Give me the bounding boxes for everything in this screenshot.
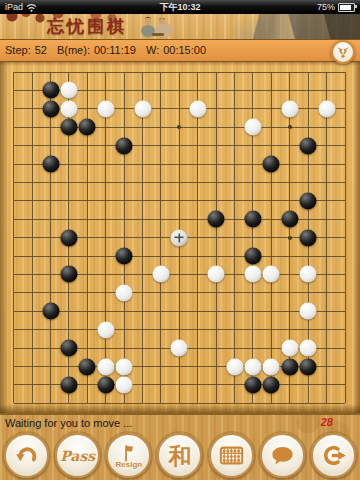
- board-cell[interactable]: [78, 284, 96, 302]
- board-cell[interactable]: [281, 247, 299, 265]
- board-cell[interactable]: [262, 118, 280, 136]
- board-cell[interactable]: [225, 118, 243, 136]
- board-cell[interactable]: [244, 81, 262, 99]
- board-cell[interactable]: [170, 339, 188, 357]
- board-cell[interactable]: [115, 284, 133, 302]
- board-cell[interactable]: [170, 320, 188, 338]
- board-cell[interactable]: [97, 155, 115, 173]
- board-cell[interactable]: [97, 136, 115, 154]
- board-cell[interactable]: [97, 339, 115, 357]
- board-cell[interactable]: [97, 210, 115, 228]
- board-cell[interactable]: [207, 136, 225, 154]
- board-cell[interactable]: [23, 228, 41, 246]
- board-cell[interactable]: [170, 81, 188, 99]
- board-cell[interactable]: [115, 100, 133, 118]
- board-cell[interactable]: [152, 173, 170, 191]
- board-cell[interactable]: [60, 228, 78, 246]
- board-cell[interactable]: [262, 284, 280, 302]
- board-cell[interactable]: [5, 192, 23, 210]
- board-cell[interactable]: [170, 284, 188, 302]
- board-cell[interactable]: [115, 228, 133, 246]
- board-cell[interactable]: [170, 302, 188, 320]
- board-cell[interactable]: [281, 136, 299, 154]
- board-cell[interactable]: [115, 136, 133, 154]
- board-cell[interactable]: [244, 357, 262, 375]
- board-cell[interactable]: [225, 247, 243, 265]
- board-cell[interactable]: [317, 118, 335, 136]
- board-cell[interactable]: [97, 192, 115, 210]
- board-cell[interactable]: [281, 357, 299, 375]
- board-cell[interactable]: [225, 228, 243, 246]
- board-cell[interactable]: [207, 302, 225, 320]
- board-cell[interactable]: [41, 155, 59, 173]
- board-cell[interactable]: [97, 284, 115, 302]
- board-cell[interactable]: [207, 247, 225, 265]
- board-cell[interactable]: [152, 228, 170, 246]
- board-cell[interactable]: [299, 320, 317, 338]
- board-cell[interactable]: [23, 118, 41, 136]
- board-cell[interactable]: [41, 357, 59, 375]
- board-cell[interactable]: [78, 339, 96, 357]
- board-cell[interactable]: [5, 210, 23, 228]
- board-cell[interactable]: [244, 376, 262, 394]
- board-cell[interactable]: [170, 192, 188, 210]
- board-cell[interactable]: [281, 173, 299, 191]
- board-cell[interactable]: [299, 81, 317, 99]
- board-cell[interactable]: [133, 320, 151, 338]
- board-cell[interactable]: [5, 100, 23, 118]
- board-cell[interactable]: [41, 136, 59, 154]
- board-cell[interactable]: [317, 155, 335, 173]
- board-cell[interactable]: [5, 339, 23, 357]
- board-cell[interactable]: [41, 118, 59, 136]
- board-cell[interactable]: [207, 100, 225, 118]
- board-cell[interactable]: [78, 136, 96, 154]
- board-cell[interactable]: [225, 284, 243, 302]
- board-cell[interactable]: [207, 320, 225, 338]
- board-cell[interactable]: [133, 192, 151, 210]
- board-cell[interactable]: [60, 284, 78, 302]
- next-move-button[interactable]: [311, 433, 356, 478]
- board-cell[interactable]: [244, 247, 262, 265]
- board-cell[interactable]: [152, 320, 170, 338]
- board-cell[interactable]: [225, 192, 243, 210]
- resign-button[interactable]: Resign: [106, 433, 151, 478]
- board-cell[interactable]: [97, 247, 115, 265]
- board-cell[interactable]: [244, 100, 262, 118]
- board-cell[interactable]: [23, 265, 41, 283]
- board-cell[interactable]: [170, 376, 188, 394]
- board-cell[interactable]: [299, 247, 317, 265]
- board-cell[interactable]: [97, 357, 115, 375]
- board-cell[interactable]: [207, 118, 225, 136]
- board-cell[interactable]: [60, 247, 78, 265]
- board-cell[interactable]: [244, 265, 262, 283]
- board-cell[interactable]: [299, 210, 317, 228]
- board-cell[interactable]: [133, 228, 151, 246]
- board-cell[interactable]: [281, 118, 299, 136]
- board-cell[interactable]: [336, 320, 354, 338]
- board-cell[interactable]: [299, 192, 317, 210]
- board-cell[interactable]: [133, 302, 151, 320]
- board-cell[interactable]: [336, 284, 354, 302]
- board-cell[interactable]: [225, 173, 243, 191]
- board-cell[interactable]: [115, 357, 133, 375]
- board-cell[interactable]: [97, 302, 115, 320]
- board-cell[interactable]: [97, 320, 115, 338]
- board-cell[interactable]: [133, 81, 151, 99]
- board-cell[interactable]: [262, 247, 280, 265]
- board-cell[interactable]: [152, 302, 170, 320]
- board-cell[interactable]: [23, 376, 41, 394]
- board-cell[interactable]: [336, 118, 354, 136]
- board-cell[interactable]: [41, 173, 59, 191]
- board-cell[interactable]: [152, 100, 170, 118]
- board-cell[interactable]: [23, 192, 41, 210]
- board-cell[interactable]: [207, 376, 225, 394]
- board-cell[interactable]: [152, 155, 170, 173]
- board-cell[interactable]: [281, 192, 299, 210]
- board-cell[interactable]: [60, 173, 78, 191]
- board-cell[interactable]: [281, 210, 299, 228]
- board-cell[interactable]: [207, 357, 225, 375]
- board-cell[interactable]: [5, 320, 23, 338]
- board-cell[interactable]: [133, 100, 151, 118]
- board-cell[interactable]: [262, 192, 280, 210]
- board-cell[interactable]: [78, 247, 96, 265]
- board-cell[interactable]: [189, 339, 207, 357]
- board-cell[interactable]: [281, 265, 299, 283]
- board-cell[interactable]: [317, 302, 335, 320]
- board-cell[interactable]: [336, 228, 354, 246]
- board-cell[interactable]: [115, 247, 133, 265]
- board-cell[interactable]: [5, 136, 23, 154]
- board-cell[interactable]: [41, 320, 59, 338]
- board-cell[interactable]: [262, 265, 280, 283]
- board-cell[interactable]: [336, 376, 354, 394]
- board-cell[interactable]: [23, 155, 41, 173]
- board-cell[interactable]: [244, 339, 262, 357]
- board-cell[interactable]: [133, 247, 151, 265]
- board-cell[interactable]: [41, 81, 59, 99]
- board-cell[interactable]: [189, 100, 207, 118]
- board-cell[interactable]: [41, 339, 59, 357]
- board-cell[interactable]: [336, 81, 354, 99]
- board-cell[interactable]: [281, 320, 299, 338]
- board-cell[interactable]: [5, 118, 23, 136]
- undo-button[interactable]: [4, 433, 49, 478]
- board-cell[interactable]: [115, 265, 133, 283]
- board-cell[interactable]: [78, 155, 96, 173]
- board-cell[interactable]: [317, 247, 335, 265]
- board-cell[interactable]: [225, 265, 243, 283]
- board-cell[interactable]: [262, 339, 280, 357]
- board-cell[interactable]: [170, 136, 188, 154]
- board-cell[interactable]: [41, 302, 59, 320]
- board-cell[interactable]: [60, 210, 78, 228]
- board-cell[interactable]: [336, 136, 354, 154]
- board-cell[interactable]: [97, 81, 115, 99]
- board-cell[interactable]: [225, 339, 243, 357]
- board-cell[interactable]: [41, 100, 59, 118]
- board-cell[interactable]: [115, 155, 133, 173]
- board-cell[interactable]: [23, 210, 41, 228]
- board-cell[interactable]: [225, 357, 243, 375]
- board-cell[interactable]: [152, 284, 170, 302]
- board-cell[interactable]: [299, 228, 317, 246]
- board-cell[interactable]: [225, 320, 243, 338]
- board-cell[interactable]: [244, 228, 262, 246]
- board-cell[interactable]: [170, 247, 188, 265]
- board-cell[interactable]: [152, 247, 170, 265]
- board-cell[interactable]: [97, 265, 115, 283]
- board-cell[interactable]: [262, 81, 280, 99]
- board-cell[interactable]: [189, 320, 207, 338]
- board-cell[interactable]: [207, 210, 225, 228]
- go-board[interactable]: [0, 62, 360, 415]
- board-cell[interactable]: [262, 100, 280, 118]
- board-cell[interactable]: [299, 100, 317, 118]
- board-cell[interactable]: [317, 339, 335, 357]
- board-cell[interactable]: [133, 376, 151, 394]
- board-cell[interactable]: [189, 173, 207, 191]
- board-cell[interactable]: [97, 376, 115, 394]
- board-cell[interactable]: [225, 302, 243, 320]
- board-cell[interactable]: [97, 118, 115, 136]
- board-cell[interactable]: [189, 247, 207, 265]
- board-cell[interactable]: [115, 210, 133, 228]
- board-cell[interactable]: [281, 155, 299, 173]
- board-cell[interactable]: [60, 155, 78, 173]
- board-cell[interactable]: [23, 247, 41, 265]
- board-cell[interactable]: [97, 100, 115, 118]
- board-cell[interactable]: [336, 210, 354, 228]
- board-cell[interactable]: [299, 284, 317, 302]
- board-cell[interactable]: [60, 376, 78, 394]
- board-cell[interactable]: [133, 136, 151, 154]
- board-cell[interactable]: [225, 100, 243, 118]
- board-cell[interactable]: [262, 376, 280, 394]
- board-cell[interactable]: [189, 265, 207, 283]
- board-cell[interactable]: [115, 173, 133, 191]
- board-cell[interactable]: [60, 320, 78, 338]
- board-cell[interactable]: [41, 192, 59, 210]
- board-cell[interactable]: [78, 302, 96, 320]
- board-cell[interactable]: [23, 357, 41, 375]
- board-cell[interactable]: [152, 192, 170, 210]
- board-cell[interactable]: [133, 155, 151, 173]
- board-cell[interactable]: [299, 376, 317, 394]
- board-cell[interactable]: [23, 320, 41, 338]
- board-cell[interactable]: [170, 228, 188, 246]
- board-cell[interactable]: [299, 339, 317, 357]
- chat-button[interactable]: [260, 433, 305, 478]
- board-cell[interactable]: [5, 376, 23, 394]
- board-cell[interactable]: [207, 339, 225, 357]
- board-cell[interactable]: [78, 100, 96, 118]
- board-cell[interactable]: [244, 136, 262, 154]
- board-cell[interactable]: [133, 357, 151, 375]
- board-cell[interactable]: [317, 320, 335, 338]
- board-cell[interactable]: [317, 376, 335, 394]
- board-cell[interactable]: [60, 192, 78, 210]
- board-cell[interactable]: [189, 136, 207, 154]
- count-score-button[interactable]: [209, 433, 254, 478]
- board-cell[interactable]: [317, 136, 335, 154]
- board-cell[interactable]: [317, 81, 335, 99]
- board-cell[interactable]: [317, 284, 335, 302]
- board-cell[interactable]: [23, 339, 41, 357]
- board-cell[interactable]: [317, 192, 335, 210]
- board-cell[interactable]: [281, 81, 299, 99]
- board-cell[interactable]: [115, 320, 133, 338]
- board-cell[interactable]: [170, 155, 188, 173]
- board-cell[interactable]: [5, 357, 23, 375]
- board-cell[interactable]: [207, 81, 225, 99]
- board-cell[interactable]: [133, 284, 151, 302]
- board-cell[interactable]: [115, 192, 133, 210]
- board-cell[interactable]: [97, 173, 115, 191]
- board-cell[interactable]: [207, 192, 225, 210]
- board-cell[interactable]: [336, 155, 354, 173]
- board-cell[interactable]: [207, 155, 225, 173]
- board-cell[interactable]: [170, 265, 188, 283]
- board-cell[interactable]: [299, 118, 317, 136]
- board-cell[interactable]: [281, 302, 299, 320]
- board-cell[interactable]: [207, 228, 225, 246]
- board-cell[interactable]: [189, 376, 207, 394]
- board-cell[interactable]: [262, 136, 280, 154]
- board-cell[interactable]: [262, 357, 280, 375]
- board-cell[interactable]: [23, 136, 41, 154]
- board-cell[interactable]: [23, 284, 41, 302]
- board-cell[interactable]: [170, 118, 188, 136]
- board-cell[interactable]: [244, 118, 262, 136]
- board-cell[interactable]: [317, 210, 335, 228]
- board-cell[interactable]: [115, 118, 133, 136]
- board-cell[interactable]: [225, 376, 243, 394]
- board-cell[interactable]: [189, 81, 207, 99]
- board-cell[interactable]: [41, 284, 59, 302]
- board-cell[interactable]: [152, 118, 170, 136]
- board-cell[interactable]: [189, 155, 207, 173]
- board-cell[interactable]: [78, 118, 96, 136]
- board-cell[interactable]: [299, 302, 317, 320]
- board-cell[interactable]: [317, 357, 335, 375]
- board-cell[interactable]: [115, 81, 133, 99]
- board-cell[interactable]: [133, 339, 151, 357]
- board-cell[interactable]: [281, 339, 299, 357]
- board-cell[interactable]: [41, 247, 59, 265]
- board-cell[interactable]: [60, 136, 78, 154]
- board-cell[interactable]: [244, 210, 262, 228]
- board-cell[interactable]: [78, 357, 96, 375]
- board-cell[interactable]: [60, 81, 78, 99]
- board-cell[interactable]: [5, 155, 23, 173]
- board-cell[interactable]: [336, 192, 354, 210]
- board-cell[interactable]: [244, 155, 262, 173]
- board-cell[interactable]: [5, 284, 23, 302]
- board-cell[interactable]: [262, 320, 280, 338]
- board-cell[interactable]: [152, 376, 170, 394]
- board-cell[interactable]: [5, 228, 23, 246]
- board-cell[interactable]: [152, 339, 170, 357]
- board-cell[interactable]: [78, 173, 96, 191]
- pass-button[interactable]: Pass: [55, 433, 100, 478]
- board-cell[interactable]: [133, 173, 151, 191]
- board-cell[interactable]: [299, 136, 317, 154]
- board-cell[interactable]: [133, 210, 151, 228]
- board-cell[interactable]: [115, 376, 133, 394]
- board-cell[interactable]: [170, 100, 188, 118]
- board-cell[interactable]: [78, 376, 96, 394]
- board-cell[interactable]: [78, 210, 96, 228]
- board-cell[interactable]: [336, 247, 354, 265]
- board-cell[interactable]: [189, 284, 207, 302]
- board-cell[interactable]: [281, 376, 299, 394]
- board-cell[interactable]: [78, 81, 96, 99]
- board-cell[interactable]: [207, 173, 225, 191]
- board-cell[interactable]: [152, 210, 170, 228]
- board-cell[interactable]: [225, 81, 243, 99]
- board-cell[interactable]: [133, 118, 151, 136]
- board-cell[interactable]: [281, 100, 299, 118]
- board-cell[interactable]: [189, 210, 207, 228]
- board-cell[interactable]: [281, 284, 299, 302]
- board-cell[interactable]: [262, 155, 280, 173]
- board-cell[interactable]: [189, 118, 207, 136]
- board-cell[interactable]: [41, 210, 59, 228]
- board-cell[interactable]: [5, 81, 23, 99]
- board-cell[interactable]: [78, 265, 96, 283]
- board-cell[interactable]: [97, 228, 115, 246]
- board-cell[interactable]: [189, 192, 207, 210]
- board-cell[interactable]: [317, 265, 335, 283]
- board-cell[interactable]: [133, 265, 151, 283]
- board-cell[interactable]: [60, 339, 78, 357]
- board-cell[interactable]: [23, 81, 41, 99]
- board-cell[interactable]: [207, 284, 225, 302]
- board-cell[interactable]: [244, 192, 262, 210]
- board-cell[interactable]: [5, 247, 23, 265]
- board-cell[interactable]: [262, 173, 280, 191]
- board-cell[interactable]: [23, 302, 41, 320]
- board-cell[interactable]: [152, 136, 170, 154]
- board-cell[interactable]: [299, 357, 317, 375]
- board-cell[interactable]: [152, 81, 170, 99]
- board-cell[interactable]: [299, 155, 317, 173]
- board-cell[interactable]: [170, 210, 188, 228]
- board-cell[interactable]: [170, 357, 188, 375]
- board-cell[interactable]: [60, 118, 78, 136]
- board-cell[interactable]: [336, 100, 354, 118]
- board-cell[interactable]: [60, 302, 78, 320]
- board-cell[interactable]: [41, 228, 59, 246]
- board-cell[interactable]: [317, 173, 335, 191]
- board-cell[interactable]: [244, 284, 262, 302]
- board-cell[interactable]: [336, 265, 354, 283]
- board-cell[interactable]: [336, 302, 354, 320]
- board-cell[interactable]: [225, 136, 243, 154]
- board-cell[interactable]: [23, 173, 41, 191]
- board-cell[interactable]: [336, 173, 354, 191]
- board-cell[interactable]: [60, 100, 78, 118]
- board-cell[interactable]: [317, 100, 335, 118]
- board-cell[interactable]: [299, 173, 317, 191]
- draw-button[interactable]: 和: [157, 433, 202, 478]
- board-cell[interactable]: [60, 357, 78, 375]
- board-cell[interactable]: [5, 302, 23, 320]
